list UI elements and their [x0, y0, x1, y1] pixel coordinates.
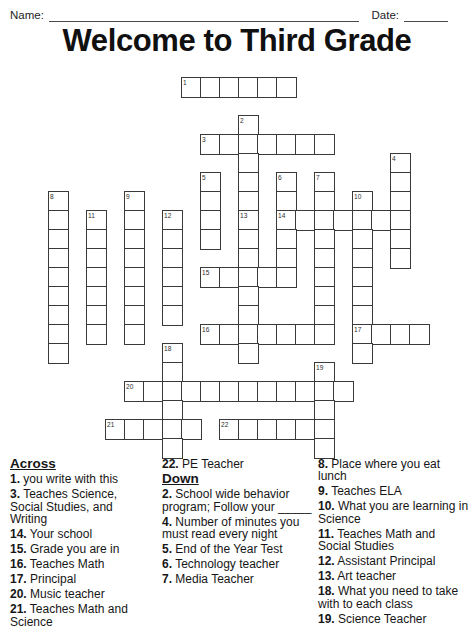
grid-cell[interactable] — [48, 267, 69, 288]
grid-cell[interactable] — [238, 172, 259, 193]
grid-cell[interactable] — [352, 343, 373, 364]
grid-cell[interactable] — [314, 134, 335, 155]
grid-cell[interactable] — [314, 210, 335, 231]
grid-cell[interactable] — [48, 343, 69, 364]
grid-cell[interactable] — [257, 267, 278, 288]
clue-item: 10. What you are learning in Science — [318, 500, 470, 525]
grid-cell[interactable] — [352, 305, 373, 326]
name-input-line[interactable] — [49, 8, 359, 22]
grid-cell[interactable] — [162, 362, 183, 383]
grid-cell[interactable] — [276, 134, 297, 155]
crossword-grid: 13141516172021222456789101112131819 — [48, 77, 430, 459]
grid-cell[interactable] — [200, 267, 221, 288]
grid-cell[interactable] — [238, 229, 259, 250]
clue-item-number: 18. — [318, 584, 335, 598]
grid-cell[interactable] — [181, 381, 202, 402]
name-label: Name: — [10, 9, 49, 22]
grid-cell[interactable] — [314, 286, 335, 307]
clue-item-number: 17. — [10, 572, 27, 586]
grid-cell[interactable] — [352, 267, 373, 288]
clue-item-number: 16. — [10, 557, 27, 571]
grid-cell[interactable] — [371, 210, 392, 231]
grid-cell[interactable] — [124, 381, 145, 402]
grid-cell[interactable] — [276, 419, 297, 440]
puzzle-title: Welcome to Third Grade — [0, 23, 474, 59]
grid-cell[interactable] — [390, 172, 411, 193]
grid-cell[interactable] — [276, 381, 297, 402]
clue-item-number: 3. — [10, 487, 20, 501]
down-header: Down — [162, 473, 318, 485]
grid-cell[interactable] — [181, 419, 202, 440]
grid-cell[interactable] — [181, 77, 202, 98]
clue-item: 17. Principal — [10, 573, 147, 585]
grid-cell[interactable] — [86, 286, 107, 307]
grid-cell[interactable] — [371, 324, 392, 345]
grid-cell[interactable] — [86, 248, 107, 269]
grid-cell[interactable] — [162, 343, 183, 364]
grid-cell[interactable] — [124, 229, 145, 250]
grid-cell[interactable] — [352, 248, 373, 269]
grid-cell[interactable] — [276, 210, 297, 231]
grid-cell[interactable] — [219, 381, 240, 402]
date-label: Date: — [372, 9, 405, 22]
clue-item: 2. School wide behavior program; Follow … — [162, 488, 318, 513]
grid-cell[interactable] — [390, 324, 411, 345]
grid-cell[interactable] — [48, 324, 69, 345]
clue-item-number: 19. — [318, 612, 335, 626]
clue-item-number: 14. — [10, 527, 27, 541]
clue-item: 14. Your school — [10, 528, 147, 540]
clue-item: 20. Music teacher — [10, 588, 147, 600]
grid-cell[interactable] — [314, 248, 335, 269]
clue-item: 16. Teaches Math — [10, 558, 147, 570]
clue-item: 1. you write with this — [10, 473, 147, 485]
grid-cell[interactable] — [200, 324, 221, 345]
clue-item-number: 20. — [10, 587, 27, 601]
grid-cell[interactable] — [48, 191, 69, 212]
grid-cell[interactable] — [390, 248, 411, 269]
clue-item: 12. Assistant Principal — [318, 555, 470, 567]
grid-cell[interactable] — [105, 419, 126, 440]
clue-item-number: 22. — [162, 457, 179, 471]
grid-cell[interactable] — [219, 324, 240, 345]
clue-item: 15. Grade you are in — [10, 543, 147, 555]
grid-cell[interactable] — [48, 286, 69, 307]
grid-cell[interactable] — [257, 381, 278, 402]
grid-cell[interactable] — [276, 248, 297, 269]
grid-cell[interactable] — [162, 438, 183, 459]
grid-cell[interactable] — [314, 324, 335, 345]
grid-cell[interactable] — [162, 267, 183, 288]
grid-cell[interactable] — [295, 381, 316, 402]
grid-cell[interactable] — [200, 77, 221, 98]
clue-item-number: 9. — [318, 484, 328, 498]
grid-cell[interactable] — [200, 191, 221, 212]
grid-cell[interactable] — [162, 419, 183, 440]
grid-cell[interactable] — [200, 381, 221, 402]
grid-cell[interactable] — [124, 419, 145, 440]
grid-cell[interactable] — [257, 134, 278, 155]
grid-cell[interactable] — [143, 381, 164, 402]
clue-item-number: 4. — [162, 515, 172, 529]
grid-cell[interactable] — [295, 210, 316, 231]
worksheet-page: Name: Date: Welcome to Third Grade 13141… — [0, 0, 474, 629]
clue-item-number: 1. — [10, 472, 20, 486]
grid-cell[interactable] — [238, 305, 259, 326]
grid-cell[interactable] — [238, 381, 259, 402]
grid-cell[interactable] — [276, 172, 297, 193]
grid-cell[interactable] — [238, 343, 259, 364]
grid-cell[interactable] — [124, 191, 145, 212]
grid-cell[interactable] — [238, 419, 259, 440]
grid-cell[interactable] — [257, 324, 278, 345]
name-date-row: Name: Date: — [10, 8, 448, 22]
grid-cell[interactable] — [333, 381, 354, 402]
grid-cell[interactable] — [276, 267, 297, 288]
grid-cell[interactable] — [48, 210, 69, 231]
grid-cell[interactable] — [238, 134, 259, 155]
grid-cell[interactable] — [409, 324, 430, 345]
grid-cell[interactable] — [295, 324, 316, 345]
grid-cell[interactable] — [314, 381, 335, 402]
grid-cell[interactable] — [352, 229, 373, 250]
grid-cell[interactable] — [314, 438, 335, 459]
clue-column-middle: 22. PE TeacherDown2. School wide behavio… — [162, 458, 318, 588]
grid-cell[interactable] — [200, 210, 221, 231]
clue-column-right: 8. Place where you eat lunch9. Teaches E… — [318, 458, 470, 628]
grid-cell[interactable] — [238, 248, 259, 269]
grid-cell[interactable] — [238, 210, 259, 231]
grid-cell[interactable] — [390, 229, 411, 250]
grid-cell[interactable] — [238, 286, 259, 307]
grid-cell[interactable] — [86, 305, 107, 326]
grid-cell[interactable] — [162, 400, 183, 421]
grid-cell[interactable] — [48, 229, 69, 250]
date-input-line[interactable] — [404, 8, 448, 22]
grid-cell[interactable] — [238, 267, 259, 288]
grid-cell[interactable] — [238, 77, 259, 98]
grid-cell[interactable] — [86, 229, 107, 250]
grid-cell[interactable] — [352, 324, 373, 345]
grid-cell[interactable] — [200, 172, 221, 193]
clue-item: 6. Technology teacher — [162, 558, 318, 570]
grid-cell[interactable] — [314, 305, 335, 326]
grid-cell[interactable] — [314, 267, 335, 288]
clue-item: 11. Teaches Math and Social Studies — [318, 528, 470, 553]
grid-cell[interactable] — [352, 286, 373, 307]
grid-cell[interactable] — [162, 305, 183, 326]
clue-item: 4. Number of minutes you must read every… — [162, 516, 318, 541]
grid-cell[interactable] — [124, 286, 145, 307]
grid-cell[interactable] — [86, 210, 107, 231]
grid-cell[interactable] — [162, 229, 183, 250]
clue-item-number: 12. — [318, 554, 335, 568]
clue-item: 18. What you need to take with to each c… — [318, 585, 470, 610]
clue-item: 9. Teaches ELA — [318, 485, 470, 497]
grid-cell[interactable] — [162, 381, 183, 402]
clue-item-number: 10. — [318, 499, 335, 513]
grid-cell[interactable] — [352, 210, 373, 231]
grid-cell[interactable] — [48, 248, 69, 269]
grid-cell[interactable] — [124, 267, 145, 288]
grid-cell[interactable] — [48, 305, 69, 326]
across-header: Across — [10, 458, 147, 470]
grid-cell[interactable] — [219, 267, 240, 288]
grid-cell[interactable] — [390, 210, 411, 231]
grid-cell[interactable] — [86, 267, 107, 288]
clues-section: Across1. you write with this3. Teaches S… — [10, 458, 472, 628]
grid-cell[interactable] — [333, 210, 354, 231]
grid-cell[interactable] — [295, 419, 316, 440]
grid-cell[interactable] — [295, 134, 316, 155]
grid-cell[interactable] — [200, 229, 221, 250]
clue-item: 19. Science Teacher — [318, 613, 470, 625]
grid-cell[interactable] — [143, 419, 164, 440]
clue-item-number: 11. — [318, 527, 334, 541]
grid-cell[interactable] — [314, 400, 335, 421]
clue-item-number: 21. — [10, 602, 27, 616]
clue-item: 7. Media Teacher — [162, 573, 318, 585]
grid-cell[interactable] — [86, 324, 107, 345]
clue-item: 3. Teaches Science, Social Studies, and … — [10, 488, 147, 525]
grid-cell[interactable] — [162, 248, 183, 269]
clue-item-number: 7. — [162, 572, 172, 586]
grid-cell[interactable] — [162, 286, 183, 307]
clue-item-number: 8. — [318, 457, 328, 471]
clue-item-number: 2. — [162, 487, 172, 501]
grid-cell[interactable] — [124, 305, 145, 326]
grid-cell[interactable] — [238, 153, 259, 174]
clue-item: 21. Teaches Math and Science — [10, 603, 147, 628]
grid-cell[interactable] — [276, 324, 297, 345]
grid-cell[interactable] — [219, 419, 240, 440]
grid-cell[interactable] — [314, 172, 335, 193]
grid-cell[interactable] — [314, 229, 335, 250]
grid-cell[interactable] — [219, 77, 240, 98]
grid-cell[interactable] — [276, 229, 297, 250]
grid-cell[interactable] — [162, 210, 183, 231]
grid-cell[interactable] — [124, 248, 145, 269]
grid-cell[interactable] — [124, 210, 145, 231]
grid-cell[interactable] — [200, 134, 221, 155]
grid-cell[interactable] — [238, 324, 259, 345]
grid-cell[interactable] — [238, 191, 259, 212]
grid-cell[interactable] — [390, 191, 411, 212]
grid-cell[interactable] — [124, 324, 145, 345]
clue-item-number: 6. — [162, 557, 172, 571]
grid-cell[interactable] — [276, 191, 297, 212]
grid-cell[interactable] — [257, 77, 278, 98]
grid-cell[interactable] — [314, 419, 335, 440]
clue-item-number: 15. — [10, 542, 27, 556]
clue-item-number: 5. — [162, 542, 172, 556]
grid-cell[interactable] — [219, 134, 240, 155]
clue-item: 5. End of the Year Test — [162, 543, 318, 555]
grid-cell[interactable] — [238, 115, 259, 136]
grid-cell[interactable] — [390, 153, 411, 174]
grid-cell[interactable] — [314, 362, 335, 383]
grid-cell[interactable] — [314, 191, 335, 212]
clue-item-number: 13. — [318, 569, 335, 583]
clue-item: 13. Art teacher — [318, 570, 470, 582]
grid-cell[interactable] — [257, 419, 278, 440]
clue-column-across: Across1. you write with this3. Teaches S… — [10, 458, 147, 629]
clue-item: 22. PE Teacher — [162, 458, 318, 470]
clue-item: 8. Place where you eat lunch — [318, 458, 470, 483]
grid-cell[interactable] — [352, 191, 373, 212]
grid-cell[interactable] — [276, 77, 297, 98]
